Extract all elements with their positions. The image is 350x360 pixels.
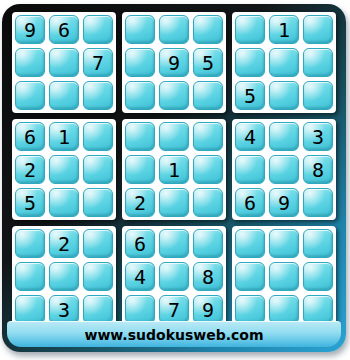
- sudoku-cell-r3c9[interactable]: [303, 81, 333, 110]
- sudoku-cell-r1c8[interactable]: 1: [269, 15, 299, 44]
- sudoku-cell-r1c3[interactable]: [83, 15, 113, 44]
- sudoku-cell-r9c2[interactable]: 3: [49, 295, 79, 324]
- sudoku-cell-r6c6[interactable]: [193, 188, 223, 217]
- sudoku-cell-r1c5[interactable]: [159, 15, 189, 44]
- sudoku-cell-r1c7[interactable]: [235, 15, 265, 44]
- sudoku-cell-r4c9[interactable]: 3: [303, 122, 333, 151]
- sudoku-cell-r3c1[interactable]: [15, 81, 45, 110]
- sudoku-cell-r5c6[interactable]: [193, 155, 223, 184]
- sudoku-cell-r7c6[interactable]: [193, 229, 223, 258]
- sudoku-cell-r9c9[interactable]: [303, 295, 333, 324]
- sudoku-cell-r7c8[interactable]: [269, 229, 299, 258]
- sudoku-cell-r3c8[interactable]: [269, 81, 299, 110]
- sudoku-cell-r6c7[interactable]: 6: [235, 188, 265, 217]
- sudoku-cell-r8c1[interactable]: [15, 262, 45, 291]
- sudoku-cell-r5c7[interactable]: [235, 155, 265, 184]
- sudoku-board: 9679515612512438692364879: [12, 12, 336, 327]
- sudoku-cell-r2c8[interactable]: [269, 48, 299, 77]
- sudoku-cell-r4c2[interactable]: 1: [49, 122, 79, 151]
- sudoku-cell-r8c2[interactable]: [49, 262, 79, 291]
- sudoku-cell-r3c7[interactable]: 5: [235, 81, 265, 110]
- sudoku-cell-r2c5[interactable]: 9: [159, 48, 189, 77]
- footer-band: www.sudokusweb.com: [7, 321, 341, 347]
- sudoku-block-6: 43869: [232, 119, 336, 220]
- sudoku-block-9: [232, 226, 336, 327]
- sudoku-cell-r1c9[interactable]: [303, 15, 333, 44]
- sudoku-cell-r3c2[interactable]: [49, 81, 79, 110]
- sudoku-block-2: 95: [122, 12, 226, 113]
- sudoku-cell-r8c5[interactable]: [159, 262, 189, 291]
- sudoku-cell-r4c5[interactable]: [159, 122, 189, 151]
- sudoku-cell-r4c4[interactable]: [125, 122, 155, 151]
- sudoku-block-3: 15: [232, 12, 336, 113]
- sudoku-cell-r7c2[interactable]: 2: [49, 229, 79, 258]
- sudoku-cell-r5c8[interactable]: [269, 155, 299, 184]
- sudoku-cell-r6c5[interactable]: [159, 188, 189, 217]
- sudoku-cell-r6c4[interactable]: 2: [125, 188, 155, 217]
- sudoku-cell-r6c2[interactable]: [49, 188, 79, 217]
- sudoku-cell-r9c5[interactable]: 7: [159, 295, 189, 324]
- sudoku-cell-r2c6[interactable]: 5: [193, 48, 223, 77]
- sudoku-cell-r3c4[interactable]: [125, 81, 155, 110]
- sudoku-cell-r2c4[interactable]: [125, 48, 155, 77]
- sudoku-cell-r4c6[interactable]: [193, 122, 223, 151]
- sudoku-cell-r2c9[interactable]: [303, 48, 333, 77]
- sudoku-cell-r8c9[interactable]: [303, 262, 333, 291]
- site-url-label: www.sudokusweb.com: [84, 327, 263, 343]
- sudoku-cell-r4c7[interactable]: 4: [235, 122, 265, 151]
- sudoku-cell-r5c5[interactable]: 1: [159, 155, 189, 184]
- sudoku-cell-r8c6[interactable]: 8: [193, 262, 223, 291]
- sudoku-cell-r6c1[interactable]: 5: [15, 188, 45, 217]
- sudoku-cell-r6c8[interactable]: 9: [269, 188, 299, 217]
- sudoku-cell-r2c1[interactable]: [15, 48, 45, 77]
- sudoku-cell-r2c2[interactable]: [49, 48, 79, 77]
- sudoku-cell-r4c3[interactable]: [83, 122, 113, 151]
- sudoku-cell-r7c3[interactable]: [83, 229, 113, 258]
- sudoku-cell-r4c8[interactable]: [269, 122, 299, 151]
- sudoku-cell-r4c1[interactable]: 6: [15, 122, 45, 151]
- sudoku-cell-r3c3[interactable]: [83, 81, 113, 110]
- sudoku-block-1: 967: [12, 12, 116, 113]
- sudoku-cell-r7c1[interactable]: [15, 229, 45, 258]
- sudoku-cell-r6c3[interactable]: [83, 188, 113, 217]
- sudoku-cell-r7c4[interactable]: 6: [125, 229, 155, 258]
- sudoku-cell-r7c7[interactable]: [235, 229, 265, 258]
- sudoku-cell-r6c9[interactable]: [303, 188, 333, 217]
- sudoku-cell-r7c5[interactable]: [159, 229, 189, 258]
- sudoku-cell-r1c6[interactable]: [193, 15, 223, 44]
- sudoku-block-7: 23: [12, 226, 116, 327]
- sudoku-cell-r7c9[interactable]: [303, 229, 333, 258]
- sudoku-cell-r9c7[interactable]: [235, 295, 265, 324]
- sudoku-cell-r9c8[interactable]: [269, 295, 299, 324]
- sudoku-cell-r8c7[interactable]: [235, 262, 265, 291]
- sudoku-block-8: 64879: [122, 226, 226, 327]
- sudoku-block-5: 12: [122, 119, 226, 220]
- sudoku-cell-r5c1[interactable]: 2: [15, 155, 45, 184]
- sudoku-cell-r3c6[interactable]: [193, 81, 223, 110]
- board-frame: 9679515612512438692364879 www.sudokusweb…: [2, 4, 346, 352]
- sudoku-cell-r5c4[interactable]: [125, 155, 155, 184]
- sudoku-cell-r5c3[interactable]: [83, 155, 113, 184]
- sudoku-cell-r9c6[interactable]: 9: [193, 295, 223, 324]
- sudoku-cell-r1c4[interactable]: [125, 15, 155, 44]
- sudoku-cell-r3c5[interactable]: [159, 81, 189, 110]
- sudoku-cell-r2c7[interactable]: [235, 48, 265, 77]
- sudoku-block-4: 6125: [12, 119, 116, 220]
- sudoku-cell-r1c2[interactable]: 6: [49, 15, 79, 44]
- sudoku-cell-r8c8[interactable]: [269, 262, 299, 291]
- sudoku-cell-r9c4[interactable]: [125, 295, 155, 324]
- sudoku-cell-r9c3[interactable]: [83, 295, 113, 324]
- sudoku-cell-r8c4[interactable]: 4: [125, 262, 155, 291]
- sudoku-cell-r9c1[interactable]: [15, 295, 45, 324]
- sudoku-cell-r2c3[interactable]: 7: [83, 48, 113, 77]
- sudoku-cell-r1c1[interactable]: 9: [15, 15, 45, 44]
- sudoku-cell-r8c3[interactable]: [83, 262, 113, 291]
- sudoku-cell-r5c2[interactable]: [49, 155, 79, 184]
- sudoku-cell-r5c9[interactable]: 8: [303, 155, 333, 184]
